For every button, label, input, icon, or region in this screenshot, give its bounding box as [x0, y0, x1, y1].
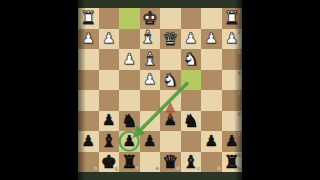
square-a5[interactable]: 5	[222, 90, 243, 111]
file-coordinate-e: e	[156, 166, 159, 171]
square-c1[interactable]	[181, 8, 202, 29]
rank-coordinate-6: 6	[238, 112, 241, 117]
black-rook-icon-a8: ♜	[222, 152, 243, 173]
black-bishop-icon-g7: ♝	[99, 131, 120, 152]
square-f8[interactable]: ♜f	[119, 152, 140, 173]
white-pawn-icon-h2: ♟	[78, 29, 99, 50]
black-pawn-icon-a7: ♟	[222, 131, 243, 152]
rank-coordinate-5: 5	[238, 91, 241, 96]
chess-board: ♜♚♜1♟♟♛♟♟♟2♟♝♞3♟♞45♟♞♟♞6♟♝♟♟♟♟7h♚g♜fe♛d♝…	[78, 8, 242, 172]
square-f6[interactable]: ♞	[119, 111, 140, 132]
square-c5[interactable]	[181, 90, 202, 111]
black-bishop-icon-c8: ♝	[181, 152, 202, 173]
file-coordinate-b: b	[217, 166, 221, 171]
square-a7[interactable]: ♟7	[222, 131, 243, 152]
square-e6[interactable]	[140, 111, 161, 132]
black-pawn-icon-g6: ♟	[99, 111, 120, 132]
square-f5[interactable]	[119, 90, 140, 111]
square-b5[interactable]	[201, 90, 222, 111]
file-coordinate-h: h	[94, 166, 98, 171]
black-rook-icon-f8: ♜	[119, 152, 140, 173]
black-king-icon-g8: ♚	[99, 152, 120, 173]
square-h7[interactable]: ♟	[78, 131, 99, 152]
black-pawn-icon-b7: ♟	[201, 131, 222, 152]
square-e5[interactable]	[140, 90, 161, 111]
square-e8[interactable]: e	[140, 152, 161, 173]
square-a2[interactable]: ♟2	[222, 29, 243, 50]
square-f4[interactable]	[119, 70, 140, 91]
square-d2[interactable]: ♛	[160, 29, 181, 50]
square-g3[interactable]	[99, 49, 120, 70]
square-f3[interactable]: ♟	[119, 49, 140, 70]
square-a4[interactable]: 4	[222, 70, 243, 91]
square-d3[interactable]	[160, 49, 181, 70]
white-pawn-icon-g2: ♟	[99, 29, 120, 50]
square-a1[interactable]: ♜1	[222, 8, 243, 29]
square-h8[interactable]: h	[78, 152, 99, 173]
square-b2[interactable]: ♟	[201, 29, 222, 50]
white-pawn-icon-c2: ♟	[181, 29, 202, 50]
square-c6[interactable]: ♞	[181, 111, 202, 132]
black-knight-icon-f6: ♞	[119, 111, 140, 132]
square-b1[interactable]	[201, 8, 222, 29]
square-d5[interactable]	[160, 90, 181, 111]
square-d1[interactable]	[160, 8, 181, 29]
square-g4[interactable]	[99, 70, 120, 91]
square-g1[interactable]	[99, 8, 120, 29]
square-g7[interactable]: ♝	[99, 131, 120, 152]
square-d4[interactable]: ♞	[160, 70, 181, 91]
square-e4[interactable]: ♟	[140, 70, 161, 91]
black-pawn-icon-d6: ♟	[160, 111, 181, 132]
square-d7[interactable]	[160, 131, 181, 152]
rank-coordinate-3: 3	[238, 50, 241, 55]
square-a3[interactable]: 3	[222, 49, 243, 70]
white-pawn-icon-f3: ♟	[119, 49, 140, 70]
square-d6[interactable]: ♟	[160, 111, 181, 132]
square-c7[interactable]	[181, 131, 202, 152]
white-rook-icon-a1: ♜	[222, 8, 243, 29]
white-rook-icon-h1: ♜	[78, 8, 99, 29]
square-f1[interactable]	[119, 8, 140, 29]
square-g5[interactable]	[99, 90, 120, 111]
rank-coordinate-4: 4	[238, 71, 241, 76]
square-b3[interactable]	[201, 49, 222, 70]
square-b7[interactable]: ♟	[201, 131, 222, 152]
square-a6[interactable]: 6	[222, 111, 243, 132]
square-f2[interactable]	[119, 29, 140, 50]
square-a8[interactable]: ♜8a	[222, 152, 243, 173]
square-b6[interactable]	[201, 111, 222, 132]
white-knight-icon-d4: ♞	[160, 70, 181, 91]
square-c3[interactable]: ♞	[181, 49, 202, 70]
square-h2[interactable]: ♟	[78, 29, 99, 50]
black-pawn-icon-h7: ♟	[78, 131, 99, 152]
square-c2[interactable]: ♟	[181, 29, 202, 50]
video-pillarbox-background: ♜♚♜1♟♟♛♟♟♟2♟♝♞3♟♞45♟♞♟♞6♟♝♟♟♟♟7h♚g♜fe♛d♝…	[0, 0, 320, 180]
white-knight-icon-c3: ♞	[181, 49, 202, 70]
square-e7[interactable]: ♟	[140, 131, 161, 152]
square-h3[interactable]	[78, 49, 99, 70]
white-pawn-icon-e4: ♟	[140, 70, 161, 91]
square-g6[interactable]: ♟	[99, 111, 120, 132]
square-f7[interactable]: ♟	[119, 131, 140, 152]
square-g8[interactable]: ♚g	[99, 152, 120, 173]
black-pawn-icon-e7: ♟	[140, 131, 161, 152]
moving-white-bishop-icon: ♝	[137, 26, 158, 47]
white-bishop-icon-e3: ♝	[140, 49, 161, 70]
square-h5[interactable]	[78, 90, 99, 111]
black-pawn-icon-f7: ♟	[119, 131, 140, 152]
square-c8[interactable]: ♝c	[181, 152, 202, 173]
white-queen-icon-d2: ♛	[160, 29, 181, 50]
square-b8[interactable]: b	[201, 152, 222, 173]
square-h6[interactable]	[78, 111, 99, 132]
square-h1[interactable]: ♜	[78, 8, 99, 29]
square-g2[interactable]: ♟	[99, 29, 120, 50]
square-e3[interactable]: ♝	[140, 49, 161, 70]
chess-video-frame: ♜♚♜1♟♟♛♟♟♟2♟♝♞3♟♞45♟♞♟♞6♟♝♟♟♟♟7h♚g♜fe♛d♝…	[78, 0, 242, 180]
square-b4[interactable]	[201, 70, 222, 91]
white-pawn-icon-b2: ♟	[201, 29, 222, 50]
black-queen-icon-d8: ♛	[160, 152, 181, 173]
square-d8[interactable]: ♛d	[160, 152, 181, 173]
square-h4[interactable]	[78, 70, 99, 91]
square-c4[interactable]	[181, 70, 202, 91]
white-pawn-icon-a2: ♟	[222, 29, 243, 50]
black-knight-icon-c6: ♞	[181, 111, 202, 132]
